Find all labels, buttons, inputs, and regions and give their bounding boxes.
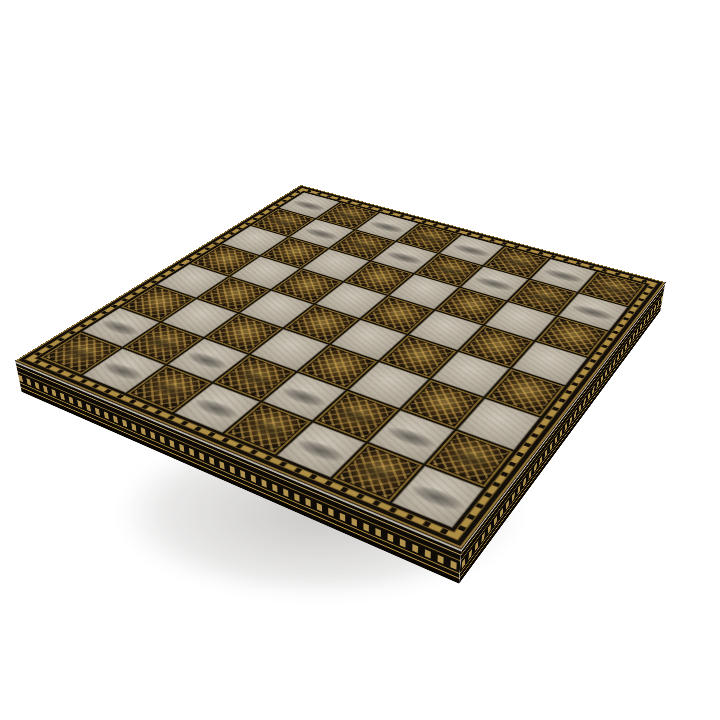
rook-icon: ♜	[58, 276, 103, 355]
knight-icon: ♞	[348, 363, 408, 474]
square-h5[interactable]	[512, 342, 587, 386]
bishop-icon: ♝	[291, 327, 351, 452]
square-h4[interactable]	[486, 369, 565, 416]
square-h6[interactable]	[536, 317, 608, 357]
square-g5[interactable]	[459, 326, 533, 367]
rook-icon: ♜	[411, 402, 466, 498]
chess-set-photo: ♜♞♟♝♟♛♟♚♟♝♟♞♟♜♟♟♟♟♜♟♞♟♝♟♛♟♚♟♝♟♞♜	[0, 0, 720, 720]
